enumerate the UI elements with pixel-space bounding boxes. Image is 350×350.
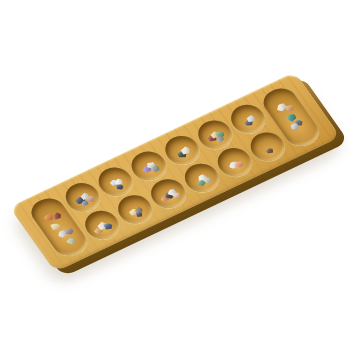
gemstone [136, 212, 143, 217]
gemstone [265, 147, 275, 154]
mancala-board-scene [9, 72, 341, 273]
product-photo-background [0, 0, 350, 350]
gemstone [51, 212, 63, 222]
gemstone [50, 223, 61, 231]
gemstone [65, 236, 77, 246]
gemstone [43, 213, 55, 222]
